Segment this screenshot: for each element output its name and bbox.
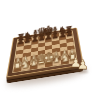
square-e1: ♚	[45, 61, 53, 67]
square-f4	[52, 48, 60, 53]
board-perspective-wrapper: ♜♞♝♛♚♝♞♜♟♟♟♟♟♟♟♟♟♟♟♟♟♟♟♟♜♞♝♛♚♝♞♜	[10, 9, 80, 90]
square-d5	[38, 46, 45, 51]
square-a1: ♜	[13, 66, 21, 72]
square-c5	[31, 47, 38, 52]
square-d1: ♛	[37, 63, 45, 69]
square-c3	[30, 55, 38, 60]
square-h6	[66, 38, 74, 43]
square-d6	[38, 42, 45, 47]
square-c1: ♝	[29, 64, 37, 70]
off-board-white-pawn-2: ♟	[77, 58, 89, 71]
chess-set-photo: ♜♞♝♛♚♝♞♜♟♟♟♟♟♟♟♟♟♟♟♟♟♟♟♟♜♞♝♛♚♝♞♜ ♟ ♟	[0, 0, 98, 98]
square-h5	[66, 42, 74, 47]
